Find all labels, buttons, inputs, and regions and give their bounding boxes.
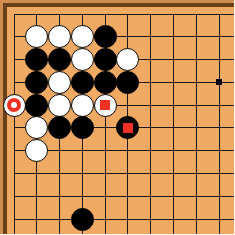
stone-black <box>25 94 48 117</box>
board-frame-line-top <box>3 3 234 7</box>
stone-white <box>71 94 94 117</box>
stone-white <box>116 48 139 71</box>
stone-white <box>48 71 71 94</box>
grid-line-vertical <box>150 14 151 235</box>
grid-line-horizontal <box>14 196 235 197</box>
stone-black <box>48 48 71 71</box>
board-frame-line-left <box>3 3 7 234</box>
stone-white <box>25 139 48 162</box>
grid-line-horizontal <box>14 219 235 220</box>
stone-black <box>71 71 94 94</box>
stone-black <box>25 48 48 71</box>
stone-white <box>48 25 71 48</box>
square-marker-icon <box>100 100 110 110</box>
stone-black <box>25 71 48 94</box>
stone-black <box>71 116 94 139</box>
stone-white <box>94 94 117 117</box>
stone-black <box>116 71 139 94</box>
circle-marker-icon <box>7 98 21 112</box>
grid-line-vertical <box>173 14 174 235</box>
stone-black <box>94 48 117 71</box>
grid-line-vertical <box>14 14 15 235</box>
stone-white <box>25 116 48 139</box>
square-marker-icon <box>123 123 133 133</box>
stone-black <box>71 208 94 231</box>
grid-line-horizontal <box>14 173 235 174</box>
star-point <box>216 79 222 85</box>
stone-white <box>71 25 94 48</box>
stone-black <box>94 71 117 94</box>
stone-white <box>3 94 26 117</box>
stone-white <box>71 48 94 71</box>
go-board <box>0 0 234 234</box>
stone-black <box>116 116 139 139</box>
go-diagram <box>0 0 234 234</box>
grid-line-vertical <box>196 14 197 235</box>
stone-white <box>25 25 48 48</box>
grid-line-vertical <box>219 14 220 235</box>
stone-black <box>48 116 71 139</box>
stone-black <box>94 25 117 48</box>
grid-line-horizontal <box>14 14 235 15</box>
stone-white <box>48 94 71 117</box>
